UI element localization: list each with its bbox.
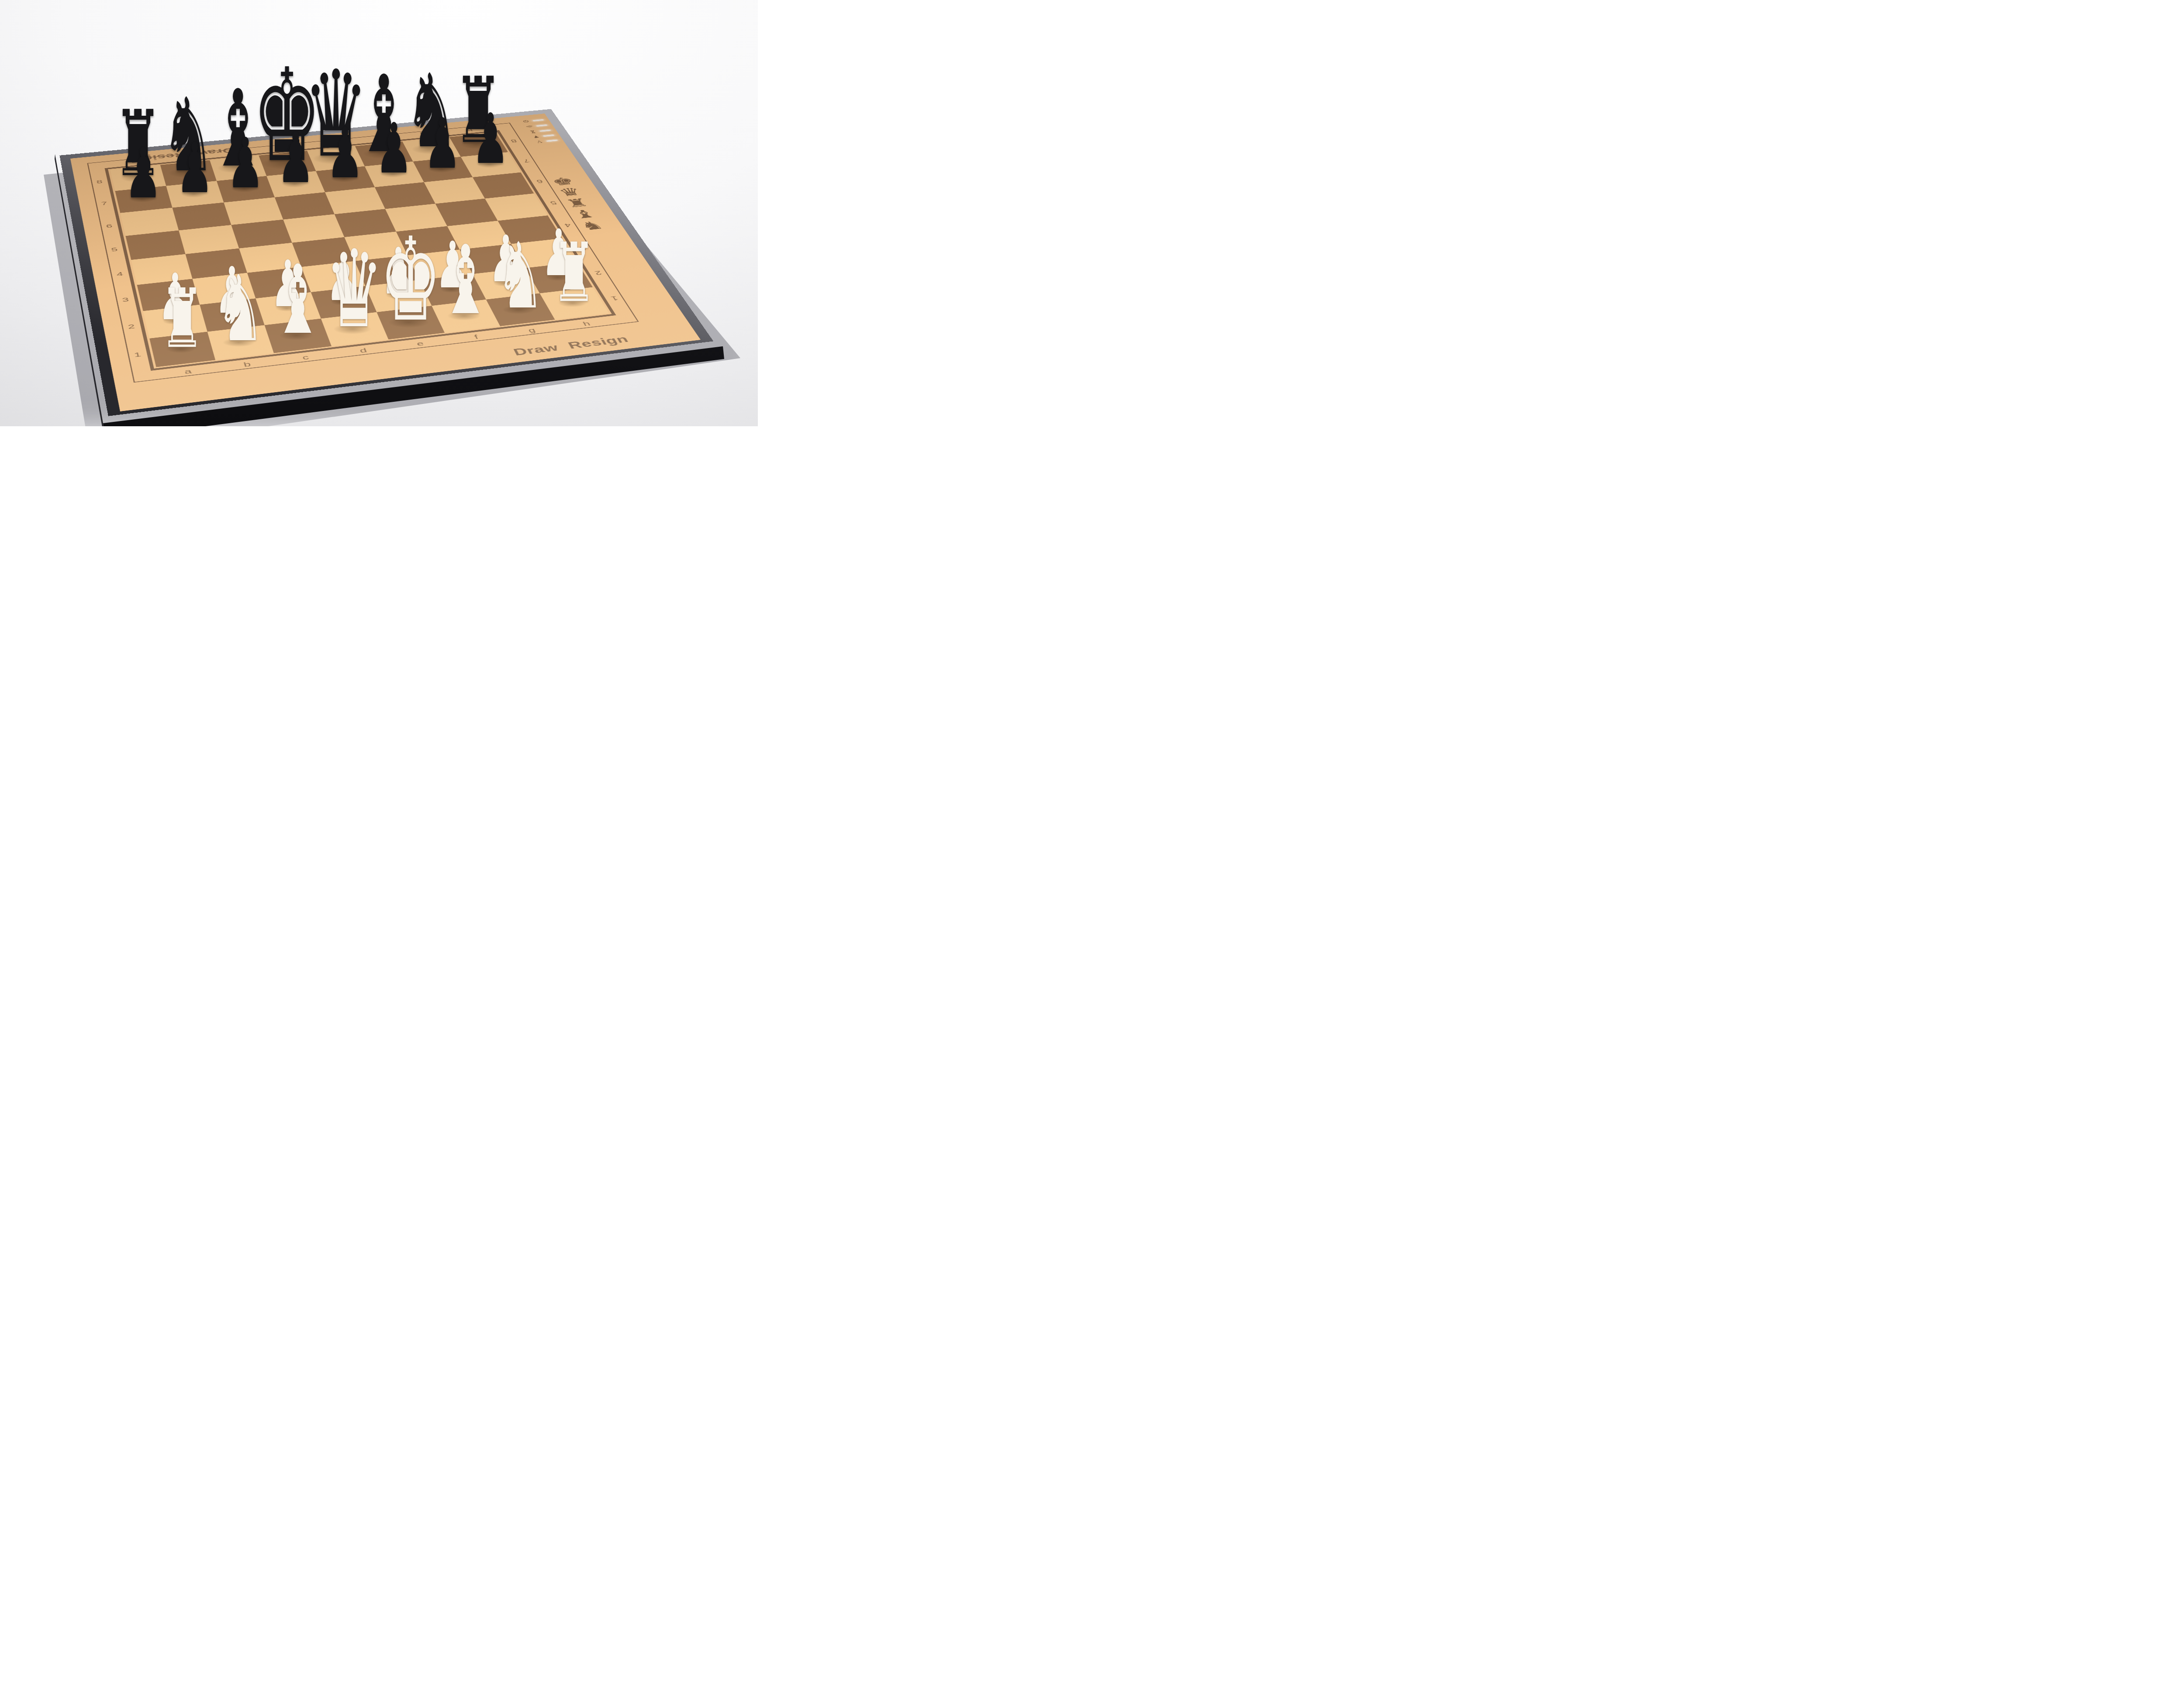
piece-black-pawn-f7[interactable]: ♟ [376, 114, 413, 183]
piece-white-bishop-f1[interactable]: ♝ [440, 233, 491, 328]
piece-white-rook-h1[interactable]: ♜ [552, 232, 596, 314]
piece-white-king-e1[interactable]: ♚ [380, 222, 442, 337]
piece-black-pawn-d7[interactable]: ♟ [277, 124, 314, 193]
pieces-layer: ♜♞♝♚♛♝♞♜♟♟♟♟♟♟♟♟♟♟♟♟♟♟♟♟♜♞♝♛♚♝♞♜ [0, 0, 758, 426]
piece-black-pawn-h7[interactable]: ♟ [472, 104, 509, 173]
piece-black-pawn-b7[interactable]: ♟ [176, 134, 213, 203]
piece-white-queen-d1[interactable]: ♛ [325, 236, 383, 343]
piece-white-bishop-c1[interactable]: ♝ [272, 253, 323, 348]
piece-black-pawn-e7[interactable]: ♟ [326, 119, 363, 188]
piece-black-pawn-a7[interactable]: ♟ [125, 139, 162, 208]
piece-white-knight-b1[interactable]: ♞ [216, 263, 265, 354]
piece-white-rook-a1[interactable]: ♜ [160, 278, 204, 359]
scene: 8877665544332211aabbccddeeffgghh♟♙♚♛♜♝♞ … [0, 0, 758, 426]
piece-white-knight-g1[interactable]: ♞ [496, 230, 545, 321]
piece-black-pawn-c7[interactable]: ♟ [227, 129, 264, 198]
piece-black-pawn-g7[interactable]: ♟ [424, 109, 461, 178]
